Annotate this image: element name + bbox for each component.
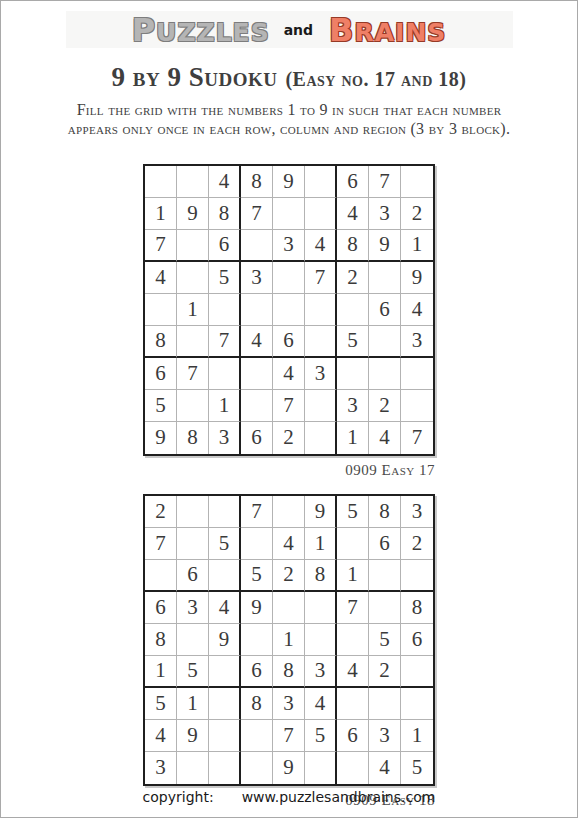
- sudoku-cell-r5c4: [241, 624, 273, 656]
- sudoku-cell-r2c4: [241, 528, 273, 560]
- sudoku-cell-r1c5: [273, 496, 305, 528]
- sudoku-cell-r9c3: [209, 752, 241, 784]
- puzzle-block-17: 4896719874327634891453729164874653674351…: [143, 164, 435, 479]
- sudoku-cell-r3c1: [145, 560, 177, 592]
- sudoku-cell-r6c1: 8: [145, 326, 177, 358]
- sudoku-cell-r4c4: 9: [241, 592, 273, 624]
- sudoku-cell-r5c4: [241, 294, 273, 326]
- sudoku-cell-r7c3: [209, 358, 241, 390]
- footer: copyright:www.puzzlesandbrains.com: [1, 789, 577, 805]
- sudoku-cell-r2c6: [305, 198, 337, 230]
- page-title: 9 by 9 Sudoku (Easy no. 17 and 18): [1, 59, 577, 93]
- sudoku-cell-r7c9: [401, 358, 433, 390]
- sudoku-cell-r4c2: 3: [177, 592, 209, 624]
- sudoku-cell-r5c9: 4: [401, 294, 433, 326]
- sudoku-cell-r8c2: [177, 390, 209, 422]
- instructions: Fill the grid with the numbers 1 to 9 in…: [15, 100, 563, 139]
- sudoku-cell-r5c1: [145, 294, 177, 326]
- sudoku-cell-r6c2: 5: [177, 656, 209, 688]
- sudoku-cell-r4c9: 9: [401, 262, 433, 294]
- instructions-line-1: Fill the grid with the numbers 1 to 9 in…: [15, 100, 563, 120]
- sudoku-cell-r1c2: [177, 496, 209, 528]
- title-sub: (Easy no. 17 and 18): [285, 68, 466, 90]
- sudoku-grid-18: 2795837541626528163497889156156834251834…: [143, 494, 435, 786]
- sudoku-cell-r4c1: 6: [145, 592, 177, 624]
- sudoku-cell-r9c8: 4: [369, 422, 401, 454]
- sudoku-cell-r7c4: 8: [241, 688, 273, 720]
- sudoku-cell-r3c8: 9: [369, 230, 401, 262]
- sudoku-cell-r4c3: 4: [209, 592, 241, 624]
- sudoku-cell-r8c4: [241, 390, 273, 422]
- instructions-line-2: appears only once in each row, column an…: [15, 119, 563, 139]
- sudoku-cell-r3c9: 1: [401, 230, 433, 262]
- sudoku-cell-r1c6: 9: [305, 496, 337, 528]
- sudoku-cell-r7c3: [209, 688, 241, 720]
- sudoku-cell-r9c4: 6: [241, 422, 273, 454]
- sudoku-cell-r9c9: 7: [401, 422, 433, 454]
- header-banner: Puzzles and Brains: [66, 11, 513, 48]
- sudoku-cell-r1c5: 9: [273, 166, 305, 198]
- sudoku-cell-r1c4: 8: [241, 166, 273, 198]
- sudoku-cell-r4c6: 7: [305, 262, 337, 294]
- sudoku-cell-r8c9: 1: [401, 720, 433, 752]
- sudoku-cell-r1c7: 6: [337, 166, 369, 198]
- sudoku-cell-r4c7: 7: [337, 592, 369, 624]
- sudoku-cell-r3c3: 6: [209, 230, 241, 262]
- sudoku-cell-r7c5: 4: [273, 358, 305, 390]
- sudoku-cell-r5c8: 6: [369, 294, 401, 326]
- sudoku-cell-r6c9: [401, 656, 433, 688]
- sudoku-cell-r7c8: [369, 688, 401, 720]
- sudoku-cell-r4c4: 3: [241, 262, 273, 294]
- sudoku-cell-r5c5: 1: [273, 624, 305, 656]
- sudoku-cell-r8c7: 3: [337, 390, 369, 422]
- sudoku-cell-r6c7: 5: [337, 326, 369, 358]
- site-link[interactable]: www.puzzlesandbrains.com: [242, 789, 436, 805]
- sudoku-cell-r4c2: [177, 262, 209, 294]
- sudoku-cell-r1c3: 4: [209, 166, 241, 198]
- sudoku-cell-r5c2: 1: [177, 294, 209, 326]
- sudoku-cell-r6c8: 2: [369, 656, 401, 688]
- sudoku-cell-r6c1: 1: [145, 656, 177, 688]
- sudoku-cell-r2c3: 5: [209, 528, 241, 560]
- sudoku-cell-r3c6: 4: [305, 230, 337, 262]
- sudoku-cell-r4c8: [369, 592, 401, 624]
- sudoku-cell-r9c5: 9: [273, 752, 305, 784]
- sudoku-cell-r5c6: [305, 624, 337, 656]
- sudoku-cell-r9c1: 9: [145, 422, 177, 454]
- sudoku-cell-r3c7: 1: [337, 560, 369, 592]
- sudoku-cell-r8c6: 5: [305, 720, 337, 752]
- sudoku-cell-r6c8: [369, 326, 401, 358]
- sudoku-cell-r9c1: 3: [145, 752, 177, 784]
- sudoku-cell-r2c4: 7: [241, 198, 273, 230]
- sudoku-cell-r8c4: [241, 720, 273, 752]
- sudoku-cell-r3c5: 2: [273, 560, 305, 592]
- sudoku-cell-r6c7: 4: [337, 656, 369, 688]
- sudoku-cell-r7c4: [241, 358, 273, 390]
- sudoku-cell-r6c3: [209, 656, 241, 688]
- sudoku-cell-r2c6: 1: [305, 528, 337, 560]
- sudoku-cell-r7c9: [401, 688, 433, 720]
- sudoku-cell-r4c6: [305, 592, 337, 624]
- sudoku-cell-r6c4: 4: [241, 326, 273, 358]
- sudoku-cell-r3c4: 5: [241, 560, 273, 592]
- sudoku-grid-17: 4896719874327634891453729164874653674351…: [143, 164, 435, 456]
- sudoku-cell-r9c6: [305, 752, 337, 784]
- logo-brains: Brains: [329, 14, 446, 46]
- sudoku-cell-r7c6: 4: [305, 688, 337, 720]
- puzzle-block-18: 2795837541626528163497889156156834251834…: [143, 494, 435, 809]
- sudoku-cell-r2c8: 6: [369, 528, 401, 560]
- sudoku-cell-r8c3: 1: [209, 390, 241, 422]
- sudoku-cell-r2c7: [337, 528, 369, 560]
- sudoku-cell-r8c6: [305, 390, 337, 422]
- sudoku-cell-r9c8: 4: [369, 752, 401, 784]
- sudoku-cell-r4c5: [273, 262, 305, 294]
- logo-and: and: [284, 22, 313, 38]
- sudoku-cell-r8c5: 7: [273, 720, 305, 752]
- sudoku-cell-r1c8: 7: [369, 166, 401, 198]
- sudoku-cell-r5c8: 5: [369, 624, 401, 656]
- sudoku-cell-r2c8: 3: [369, 198, 401, 230]
- sudoku-cell-r2c5: [273, 198, 305, 230]
- sudoku-cell-r4c1: 4: [145, 262, 177, 294]
- sudoku-cell-r5c7: [337, 624, 369, 656]
- sudoku-cell-r9c7: [337, 752, 369, 784]
- sudoku-cell-r1c9: [401, 166, 433, 198]
- sudoku-cell-r2c2: 9: [177, 198, 209, 230]
- sudoku-cell-r3c8: [369, 560, 401, 592]
- sudoku-cell-r8c3: [209, 720, 241, 752]
- grid-label-17: 0909 Easy 17: [143, 462, 435, 479]
- sudoku-cell-r4c9: 8: [401, 592, 433, 624]
- logo-puzzles: Puzzles: [132, 14, 270, 46]
- sudoku-cell-r7c1: 6: [145, 358, 177, 390]
- sudoku-cell-r9c4: [241, 752, 273, 784]
- sudoku-cell-r6c3: 7: [209, 326, 241, 358]
- sudoku-cell-r6c4: 6: [241, 656, 273, 688]
- sudoku-cell-r7c7: [337, 688, 369, 720]
- sudoku-cell-r1c2: [177, 166, 209, 198]
- sudoku-cell-r3c9: [401, 560, 433, 592]
- sudoku-cell-r8c5: 7: [273, 390, 305, 422]
- sudoku-cell-r3c3: [209, 560, 241, 592]
- sudoku-cell-r9c7: 1: [337, 422, 369, 454]
- title-main: 9 by 9 Sudoku: [112, 62, 278, 92]
- sudoku-cell-r2c9: 2: [401, 198, 433, 230]
- sudoku-cell-r1c1: [145, 166, 177, 198]
- sudoku-cell-r7c6: 3: [305, 358, 337, 390]
- sudoku-cell-r5c9: 6: [401, 624, 433, 656]
- sudoku-cell-r1c3: [209, 496, 241, 528]
- sudoku-cell-r5c5: [273, 294, 305, 326]
- sudoku-cell-r7c7: [337, 358, 369, 390]
- sudoku-cell-r7c2: 7: [177, 358, 209, 390]
- sudoku-cell-r6c5: 8: [273, 656, 305, 688]
- sudoku-cell-r6c6: [305, 326, 337, 358]
- page: Puzzles and Brains 9 by 9 Sudoku (Easy n…: [0, 0, 578, 818]
- sudoku-cell-r7c2: 1: [177, 688, 209, 720]
- sudoku-cell-r9c3: 3: [209, 422, 241, 454]
- sudoku-cell-r3c2: 6: [177, 560, 209, 592]
- sudoku-cell-r3c2: [177, 230, 209, 262]
- sudoku-cell-r2c7: 4: [337, 198, 369, 230]
- sudoku-cell-r8c1: 5: [145, 390, 177, 422]
- sudoku-cell-r1c6: [305, 166, 337, 198]
- sudoku-cell-r8c1: 4: [145, 720, 177, 752]
- sudoku-cell-r7c8: [369, 358, 401, 390]
- sudoku-cell-r9c2: 8: [177, 422, 209, 454]
- sudoku-cell-r4c8: [369, 262, 401, 294]
- sudoku-cell-r1c1: 2: [145, 496, 177, 528]
- sudoku-cell-r2c2: [177, 528, 209, 560]
- sudoku-cell-r8c2: 9: [177, 720, 209, 752]
- sudoku-cell-r7c5: 3: [273, 688, 305, 720]
- sudoku-cell-r1c9: 3: [401, 496, 433, 528]
- sudoku-cell-r8c9: [401, 390, 433, 422]
- sudoku-cell-r5c6: [305, 294, 337, 326]
- sudoku-cell-r2c3: 8: [209, 198, 241, 230]
- sudoku-cell-r9c9: 5: [401, 752, 433, 784]
- sudoku-cell-r2c5: 4: [273, 528, 305, 560]
- copyright-label: copyright:: [143, 789, 214, 805]
- sudoku-cell-r5c1: 8: [145, 624, 177, 656]
- sudoku-cell-r4c7: 2: [337, 262, 369, 294]
- sudoku-cell-r8c7: 6: [337, 720, 369, 752]
- sudoku-cell-r2c9: 2: [401, 528, 433, 560]
- sudoku-cell-r2c1: 1: [145, 198, 177, 230]
- sudoku-cell-r6c9: 3: [401, 326, 433, 358]
- sudoku-cell-r5c3: 9: [209, 624, 241, 656]
- sudoku-cell-r6c2: [177, 326, 209, 358]
- sudoku-cell-r3c5: 3: [273, 230, 305, 262]
- sudoku-cell-r4c5: [273, 592, 305, 624]
- sudoku-cell-r3c7: 8: [337, 230, 369, 262]
- sudoku-cell-r5c7: [337, 294, 369, 326]
- sudoku-cell-r1c8: 8: [369, 496, 401, 528]
- sudoku-cell-r8c8: 3: [369, 720, 401, 752]
- sudoku-cell-r8c8: 2: [369, 390, 401, 422]
- sudoku-cell-r6c5: 6: [273, 326, 305, 358]
- sudoku-cell-r4c3: 5: [209, 262, 241, 294]
- sudoku-cell-r5c2: [177, 624, 209, 656]
- sudoku-cell-r9c2: [177, 752, 209, 784]
- sudoku-cell-r3c4: [241, 230, 273, 262]
- sudoku-cell-r6c6: 3: [305, 656, 337, 688]
- sudoku-cell-r3c6: 8: [305, 560, 337, 592]
- sudoku-cell-r9c5: 2: [273, 422, 305, 454]
- sudoku-cell-r1c4: 7: [241, 496, 273, 528]
- sudoku-cell-r9c6: [305, 422, 337, 454]
- sudoku-cell-r2c1: 7: [145, 528, 177, 560]
- sudoku-cell-r1c7: 5: [337, 496, 369, 528]
- sudoku-cell-r5c3: [209, 294, 241, 326]
- sudoku-cell-r3c1: 7: [145, 230, 177, 262]
- sudoku-cell-r7c1: 5: [145, 688, 177, 720]
